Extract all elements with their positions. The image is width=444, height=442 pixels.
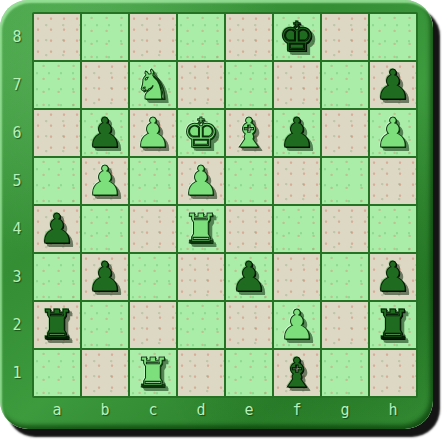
piece-black-rook-a2[interactable]: ♜ [39,303,76,347]
square-e4[interactable] [226,206,272,252]
piece-white-king-d6[interactable]: ♚ [183,111,220,155]
square-e7[interactable] [226,62,272,108]
square-d2[interactable] [178,302,224,348]
square-g7[interactable] [322,62,368,108]
file-label-a: a [34,398,80,422]
rank-label-6: 6 [6,110,28,156]
square-a8[interactable] [34,14,80,60]
piece-white-pawn-h6[interactable]: ♟ [375,111,412,155]
piece-white-pawn-c6[interactable]: ♟ [135,111,172,155]
square-a6[interactable] [34,110,80,156]
square-d7[interactable] [178,62,224,108]
piece-white-knight-c7[interactable]: ♞ [135,63,172,107]
piece-black-rook-h2[interactable]: ♜ [375,303,412,347]
square-c5[interactable] [130,158,176,204]
square-g3[interactable] [322,254,368,300]
square-f7[interactable] [274,62,320,108]
square-c2[interactable] [130,302,176,348]
square-a3[interactable] [34,254,80,300]
square-g1[interactable] [322,350,368,396]
rank-label-2: 2 [6,302,28,348]
square-d1[interactable] [178,350,224,396]
piece-white-rook-c1[interactable]: ♜ [135,351,172,395]
square-f2[interactable]: ♟ [274,302,320,348]
square-d3[interactable] [178,254,224,300]
square-e2[interactable] [226,302,272,348]
square-g4[interactable] [322,206,368,252]
piece-white-pawn-b5[interactable]: ♟ [87,159,124,203]
square-g2[interactable] [322,302,368,348]
square-f4[interactable] [274,206,320,252]
square-h5[interactable] [370,158,416,204]
square-e6[interactable]: ♝ [226,110,272,156]
file-label-e: e [226,398,272,422]
square-f1[interactable]: ♝ [274,350,320,396]
square-e3[interactable]: ♟ [226,254,272,300]
square-b4[interactable] [82,206,128,252]
rank-label-5: 5 [6,158,28,204]
square-g8[interactable] [322,14,368,60]
rank-label-3: 3 [6,254,28,300]
square-g5[interactable] [322,158,368,204]
square-f8[interactable]: ♚ [274,14,320,60]
file-label-b: b [82,398,128,422]
square-c7[interactable]: ♞ [130,62,176,108]
rank-label-4: 4 [6,206,28,252]
rank-label-8: 8 [6,14,28,60]
piece-white-pawn-d5[interactable]: ♟ [183,159,220,203]
piece-black-pawn-b6[interactable]: ♟ [87,111,124,155]
chess-app-window: ♚♞♟♟♟♚♝♟♟♟♟♟♜♟♟♟♜♟♜♜♝ 87654321abcdefgh [0,0,444,442]
square-h2[interactable]: ♜ [370,302,416,348]
square-d4[interactable]: ♜ [178,206,224,252]
square-g6[interactable] [322,110,368,156]
piece-white-pawn-f2[interactable]: ♟ [279,303,316,347]
square-e5[interactable] [226,158,272,204]
square-a4[interactable]: ♟ [34,206,80,252]
square-a2[interactable]: ♜ [34,302,80,348]
square-d5[interactable]: ♟ [178,158,224,204]
square-c4[interactable] [130,206,176,252]
piece-white-bishop-e6[interactable]: ♝ [231,111,268,155]
piece-black-king-f8[interactable]: ♚ [279,15,316,59]
square-b7[interactable] [82,62,128,108]
file-label-h: h [370,398,416,422]
chess-board: ♚♞♟♟♟♚♝♟♟♟♟♟♜♟♟♟♜♟♜♜♝ [32,12,418,398]
piece-black-pawn-e3[interactable]: ♟ [231,255,268,299]
square-h3[interactable]: ♟ [370,254,416,300]
square-h6[interactable]: ♟ [370,110,416,156]
square-b5[interactable]: ♟ [82,158,128,204]
piece-black-pawn-h7[interactable]: ♟ [375,63,412,107]
square-h7[interactable]: ♟ [370,62,416,108]
piece-black-pawn-a4[interactable]: ♟ [39,207,76,251]
square-b2[interactable] [82,302,128,348]
square-d8[interactable] [178,14,224,60]
square-f6[interactable]: ♟ [274,110,320,156]
square-a5[interactable] [34,158,80,204]
square-a1[interactable] [34,350,80,396]
square-h4[interactable] [370,206,416,252]
square-h8[interactable] [370,14,416,60]
piece-black-bishop-f1[interactable]: ♝ [279,351,316,395]
file-label-d: d [178,398,224,422]
piece-black-pawn-b3[interactable]: ♟ [87,255,124,299]
square-b8[interactable] [82,14,128,60]
square-c3[interactable] [130,254,176,300]
square-b3[interactable]: ♟ [82,254,128,300]
file-label-g: g [322,398,368,422]
square-b6[interactable]: ♟ [82,110,128,156]
square-b1[interactable] [82,350,128,396]
square-f3[interactable] [274,254,320,300]
file-label-c: c [130,398,176,422]
square-e8[interactable] [226,14,272,60]
rank-label-1: 1 [6,350,28,396]
square-c6[interactable]: ♟ [130,110,176,156]
piece-black-pawn-h3[interactable]: ♟ [375,255,412,299]
square-a7[interactable] [34,62,80,108]
square-h1[interactable] [370,350,416,396]
square-e1[interactable] [226,350,272,396]
square-f5[interactable] [274,158,320,204]
square-c8[interactable] [130,14,176,60]
file-label-f: f [274,398,320,422]
piece-black-pawn-f6[interactable]: ♟ [279,111,316,155]
square-c1[interactable]: ♜ [130,350,176,396]
piece-white-rook-d4[interactable]: ♜ [183,207,220,251]
rank-label-7: 7 [6,62,28,108]
square-d6[interactable]: ♚ [178,110,224,156]
